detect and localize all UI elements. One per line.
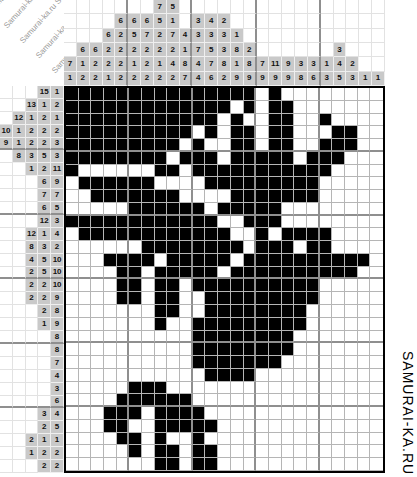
grid-cell-r25c12[interactable] xyxy=(205,394,218,407)
grid-cell-r21c9[interactable] xyxy=(167,343,180,356)
grid-cell-r1c17[interactable] xyxy=(269,88,282,101)
grid-cell-r20c4[interactable] xyxy=(104,331,117,344)
grid-cell-r19c21[interactable] xyxy=(320,318,333,331)
grid-cell-r1c22[interactable] xyxy=(332,88,345,101)
grid-cell-r3c19[interactable] xyxy=(294,114,307,127)
grid-cell-r17c14[interactable] xyxy=(231,292,244,305)
grid-cell-r19c8[interactable] xyxy=(155,318,168,331)
grid-cell-r6c13[interactable] xyxy=(218,152,231,165)
grid-cell-r8c7[interactable] xyxy=(142,177,155,190)
grid-cell-r16c4[interactable] xyxy=(104,279,117,292)
grid-cell-r8c8[interactable] xyxy=(155,177,168,190)
grid-cell-r17c9[interactable] xyxy=(167,292,180,305)
grid-cell-r22c23[interactable] xyxy=(345,356,358,369)
grid-cell-r7c25[interactable] xyxy=(370,165,383,178)
grid-cell-r7c22[interactable] xyxy=(332,165,345,178)
grid-cell-r21c23[interactable] xyxy=(345,343,358,356)
grid-cell-r2c17[interactable] xyxy=(269,101,282,114)
grid-cell-r15c20[interactable] xyxy=(307,267,320,280)
grid-cell-r26c5[interactable] xyxy=(117,407,130,420)
grid-cell-r1c5[interactable] xyxy=(117,88,130,101)
grid-cell-r30c12[interactable] xyxy=(205,458,218,471)
grid-cell-r30c19[interactable] xyxy=(294,458,307,471)
grid-cell-r2c9[interactable] xyxy=(167,101,180,114)
grid-cell-r4c7[interactable] xyxy=(142,126,155,139)
grid-cell-r14c10[interactable] xyxy=(180,254,193,267)
grid-cell-r28c22[interactable] xyxy=(332,433,345,446)
grid-cell-r27c22[interactable] xyxy=(332,420,345,433)
grid-cell-r13c10[interactable] xyxy=(180,241,193,254)
grid-cell-r20c24[interactable] xyxy=(358,331,371,344)
grid-cell-r17c5[interactable] xyxy=(117,292,130,305)
grid-cell-r11c16[interactable] xyxy=(256,216,269,229)
grid-cell-r8c16[interactable] xyxy=(256,177,269,190)
grid-cell-r11c14[interactable] xyxy=(231,216,244,229)
grid-cell-r3c20[interactable] xyxy=(307,114,320,127)
grid-cell-r6c24[interactable] xyxy=(358,152,371,165)
grid-cell-r4c6[interactable] xyxy=(129,126,142,139)
grid-cell-r26c9[interactable] xyxy=(167,407,180,420)
grid-cell-r16c5[interactable] xyxy=(117,279,130,292)
grid-cell-r12c20[interactable] xyxy=(307,228,320,241)
grid-cell-r2c3[interactable] xyxy=(91,101,104,114)
grid-cell-r8c22[interactable] xyxy=(332,177,345,190)
grid-cell-r23c17[interactable] xyxy=(269,369,282,382)
grid-cell-r25c6[interactable] xyxy=(129,394,142,407)
grid-cell-r26c14[interactable] xyxy=(231,407,244,420)
grid-cell-r27c4[interactable] xyxy=(104,420,117,433)
grid-cell-r28c16[interactable] xyxy=(256,433,269,446)
grid-cell-r7c5[interactable] xyxy=(117,165,130,178)
grid-cell-r12c14[interactable] xyxy=(231,228,244,241)
grid-cell-r8c11[interactable] xyxy=(193,177,206,190)
grid-cell-r10c22[interactable] xyxy=(332,203,345,216)
grid-cell-r25c9[interactable] xyxy=(167,394,180,407)
grid-cell-r2c23[interactable] xyxy=(345,101,358,114)
grid-cell-r3c4[interactable] xyxy=(104,114,117,127)
grid-cell-r10c17[interactable] xyxy=(269,203,282,216)
grid-cell-r3c5[interactable] xyxy=(117,114,130,127)
grid-cell-r9c18[interactable] xyxy=(282,190,295,203)
grid-cell-r28c24[interactable] xyxy=(358,433,371,446)
grid-cell-r20c18[interactable] xyxy=(282,331,295,344)
grid-cell-r29c3[interactable] xyxy=(91,445,104,458)
grid-cell-r19c18[interactable] xyxy=(282,318,295,331)
grid-cell-r18c10[interactable] xyxy=(180,305,193,318)
grid-cell-r7c12[interactable] xyxy=(205,165,218,178)
grid-cell-r19c14[interactable] xyxy=(231,318,244,331)
grid-cell-r23c2[interactable] xyxy=(79,369,92,382)
grid-cell-r8c5[interactable] xyxy=(117,177,130,190)
grid-cell-r14c18[interactable] xyxy=(282,254,295,267)
grid-cell-r10c20[interactable] xyxy=(307,203,320,216)
grid-cell-r23c18[interactable] xyxy=(282,369,295,382)
grid-cell-r24c11[interactable] xyxy=(193,382,206,395)
grid-cell-r2c14[interactable] xyxy=(231,101,244,114)
grid-cell-r13c25[interactable] xyxy=(370,241,383,254)
grid-cell-r4c25[interactable] xyxy=(370,126,383,139)
grid-cell-r5c14[interactable] xyxy=(231,139,244,152)
grid-cell-r29c20[interactable] xyxy=(307,445,320,458)
grid-cell-r9c16[interactable] xyxy=(256,190,269,203)
grid-cell-r24c7[interactable] xyxy=(142,382,155,395)
grid-cell-r1c8[interactable] xyxy=(155,88,168,101)
grid-cell-r21c19[interactable] xyxy=(294,343,307,356)
grid-cell-r23c24[interactable] xyxy=(358,369,371,382)
grid-cell-r23c22[interactable] xyxy=(332,369,345,382)
grid-cell-r6c8[interactable] xyxy=(155,152,168,165)
grid-cell-r24c25[interactable] xyxy=(370,382,383,395)
grid-cell-r12c6[interactable] xyxy=(129,228,142,241)
grid-cell-r20c13[interactable] xyxy=(218,331,231,344)
grid-cell-r28c12[interactable] xyxy=(205,433,218,446)
grid-cell-r30c15[interactable] xyxy=(244,458,257,471)
grid-cell-r5c8[interactable] xyxy=(155,139,168,152)
grid-cell-r28c13[interactable] xyxy=(218,433,231,446)
grid-cell-r15c10[interactable] xyxy=(180,267,193,280)
grid-cell-r17c1[interactable] xyxy=(66,292,79,305)
grid-cell-r3c12[interactable] xyxy=(205,114,218,127)
grid-cell-r15c15[interactable] xyxy=(244,267,257,280)
grid-cell-r17c15[interactable] xyxy=(244,292,257,305)
grid-cell-r25c3[interactable] xyxy=(91,394,104,407)
grid-cell-r5c6[interactable] xyxy=(129,139,142,152)
grid-cell-r29c15[interactable] xyxy=(244,445,257,458)
grid-cell-r8c24[interactable] xyxy=(358,177,371,190)
grid-cell-r22c18[interactable] xyxy=(282,356,295,369)
grid-cell-r15c13[interactable] xyxy=(218,267,231,280)
grid-cell-r24c12[interactable] xyxy=(205,382,218,395)
grid-cell-r10c18[interactable] xyxy=(282,203,295,216)
grid-cell-r9c13[interactable] xyxy=(218,190,231,203)
grid-cell-r15c8[interactable] xyxy=(155,267,168,280)
grid-cell-r13c1[interactable] xyxy=(66,241,79,254)
grid-cell-r24c6[interactable] xyxy=(129,382,142,395)
grid-cell-r20c14[interactable] xyxy=(231,331,244,344)
grid-cell-r11c20[interactable] xyxy=(307,216,320,229)
grid-cell-r1c19[interactable] xyxy=(294,88,307,101)
grid-cell-r21c10[interactable] xyxy=(180,343,193,356)
grid-cell-r23c13[interactable] xyxy=(218,369,231,382)
grid-cell-r23c11[interactable] xyxy=(193,369,206,382)
grid-cell-r15c23[interactable] xyxy=(345,267,358,280)
grid-cell-r14c20[interactable] xyxy=(307,254,320,267)
grid-cell-r11c25[interactable] xyxy=(370,216,383,229)
grid-cell-r8c13[interactable] xyxy=(218,177,231,190)
grid-cell-r4c13[interactable] xyxy=(218,126,231,139)
grid-cell-r18c18[interactable] xyxy=(282,305,295,318)
grid-cell-r11c6[interactable] xyxy=(129,216,142,229)
grid-cell-r15c17[interactable] xyxy=(269,267,282,280)
grid-cell-r16c15[interactable] xyxy=(244,279,257,292)
grid-cell-r14c11[interactable] xyxy=(193,254,206,267)
grid-cell-r2c4[interactable] xyxy=(104,101,117,114)
grid-cell-r10c8[interactable] xyxy=(155,203,168,216)
grid-cell-r15c24[interactable] xyxy=(358,267,371,280)
grid-cell-r10c1[interactable] xyxy=(66,203,79,216)
grid-cell-r1c4[interactable] xyxy=(104,88,117,101)
grid-cell-r2c5[interactable] xyxy=(117,101,130,114)
grid-cell-r10c9[interactable] xyxy=(167,203,180,216)
grid-cell-r3c18[interactable] xyxy=(282,114,295,127)
grid-cell-r19c19[interactable] xyxy=(294,318,307,331)
grid-cell-r27c15[interactable] xyxy=(244,420,257,433)
grid-cell-r21c15[interactable] xyxy=(244,343,257,356)
grid-cell-r30c10[interactable] xyxy=(180,458,193,471)
grid-cell-r18c4[interactable] xyxy=(104,305,117,318)
grid-cell-r9c15[interactable] xyxy=(244,190,257,203)
grid-cell-r2c24[interactable] xyxy=(358,101,371,114)
grid-cell-r15c4[interactable] xyxy=(104,267,117,280)
grid-cell-r20c7[interactable] xyxy=(142,331,155,344)
grid-cell-r6c4[interactable] xyxy=(104,152,117,165)
grid-cell-r6c20[interactable] xyxy=(307,152,320,165)
grid-cell-r25c1[interactable] xyxy=(66,394,79,407)
grid-cell-r12c4[interactable] xyxy=(104,228,117,241)
grid-cell-r1c18[interactable] xyxy=(282,88,295,101)
grid-cell-r8c20[interactable] xyxy=(307,177,320,190)
grid-cell-r28c3[interactable] xyxy=(91,433,104,446)
grid-cell-r22c16[interactable] xyxy=(256,356,269,369)
grid-cell-r25c11[interactable] xyxy=(193,394,206,407)
grid-cell-r14c21[interactable] xyxy=(320,254,333,267)
grid-cell-r13c15[interactable] xyxy=(244,241,257,254)
grid-cell-r16c18[interactable] xyxy=(282,279,295,292)
grid-cell-r24c2[interactable] xyxy=(79,382,92,395)
grid-cell-r21c21[interactable] xyxy=(320,343,333,356)
grid-cell-r23c12[interactable] xyxy=(205,369,218,382)
grid-cell-r5c19[interactable] xyxy=(294,139,307,152)
grid-cell-r9c1[interactable] xyxy=(66,190,79,203)
grid-cell-r20c1[interactable] xyxy=(66,331,79,344)
grid-cell-r10c13[interactable] xyxy=(218,203,231,216)
grid-cell-r1c25[interactable] xyxy=(370,88,383,101)
grid-cell-r29c8[interactable] xyxy=(155,445,168,458)
grid-cell-r3c1[interactable] xyxy=(66,114,79,127)
grid-cell-r8c21[interactable] xyxy=(320,177,333,190)
grid-cell-r27c14[interactable] xyxy=(231,420,244,433)
grid-cell-r30c25[interactable] xyxy=(370,458,383,471)
grid-cell-r24c16[interactable] xyxy=(256,382,269,395)
grid-cell-r1c13[interactable] xyxy=(218,88,231,101)
grid-cell-r13c4[interactable] xyxy=(104,241,117,254)
grid-cell-r19c25[interactable] xyxy=(370,318,383,331)
grid-cell-r5c24[interactable] xyxy=(358,139,371,152)
grid-cell-r5c2[interactable] xyxy=(79,139,92,152)
grid-cell-r25c18[interactable] xyxy=(282,394,295,407)
grid-cell-r15c7[interactable] xyxy=(142,267,155,280)
grid-cell-r25c16[interactable] xyxy=(256,394,269,407)
grid-cell-r9c19[interactable] xyxy=(294,190,307,203)
grid-cell-r3c13[interactable] xyxy=(218,114,231,127)
grid-cell-r20c22[interactable] xyxy=(332,331,345,344)
grid-cell-r4c14[interactable] xyxy=(231,126,244,139)
grid-cell-r19c3[interactable] xyxy=(91,318,104,331)
grid-cell-r6c17[interactable] xyxy=(269,152,282,165)
grid-cell-r15c3[interactable] xyxy=(91,267,104,280)
grid-cell-r5c25[interactable] xyxy=(370,139,383,152)
grid-cell-r20c6[interactable] xyxy=(129,331,142,344)
grid-cell-r19c11[interactable] xyxy=(193,318,206,331)
grid-cell-r24c10[interactable] xyxy=(180,382,193,395)
grid-cell-r26c15[interactable] xyxy=(244,407,257,420)
grid-cell-r27c23[interactable] xyxy=(345,420,358,433)
grid-cell-r18c16[interactable] xyxy=(256,305,269,318)
grid-cell-r26c8[interactable] xyxy=(155,407,168,420)
grid-cell-r11c15[interactable] xyxy=(244,216,257,229)
grid-cell-r14c24[interactable] xyxy=(358,254,371,267)
grid-cell-r29c10[interactable] xyxy=(180,445,193,458)
grid-cell-r22c11[interactable] xyxy=(193,356,206,369)
grid-cell-r5c11[interactable] xyxy=(193,139,206,152)
grid-cell-r21c20[interactable] xyxy=(307,343,320,356)
grid-cell-r1c6[interactable] xyxy=(129,88,142,101)
grid-cell-r6c6[interactable] xyxy=(129,152,142,165)
grid-cell-r22c9[interactable] xyxy=(167,356,180,369)
grid-cell-r7c6[interactable] xyxy=(129,165,142,178)
grid-cell-r1c16[interactable] xyxy=(256,88,269,101)
grid-cell-r10c12[interactable] xyxy=(205,203,218,216)
grid-cell-r3c2[interactable] xyxy=(79,114,92,127)
grid-cell-r14c6[interactable] xyxy=(129,254,142,267)
grid-cell-r17c24[interactable] xyxy=(358,292,371,305)
grid-cell-r26c4[interactable] xyxy=(104,407,117,420)
grid-cell-r20c12[interactable] xyxy=(205,331,218,344)
grid-cell-r7c24[interactable] xyxy=(358,165,371,178)
grid-cell-r3c11[interactable] xyxy=(193,114,206,127)
grid-cell-r20c8[interactable] xyxy=(155,331,168,344)
grid-cell-r14c22[interactable] xyxy=(332,254,345,267)
grid-cell-r5c16[interactable] xyxy=(256,139,269,152)
grid-cell-r27c18[interactable] xyxy=(282,420,295,433)
grid-cell-r13c18[interactable] xyxy=(282,241,295,254)
grid-cell-r21c25[interactable] xyxy=(370,343,383,356)
grid-cell-r11c19[interactable] xyxy=(294,216,307,229)
grid-cell-r10c5[interactable] xyxy=(117,203,130,216)
grid-cell-r6c18[interactable] xyxy=(282,152,295,165)
grid-cell-r15c22[interactable] xyxy=(332,267,345,280)
grid-cell-r27c8[interactable] xyxy=(155,420,168,433)
grid-cell-r19c1[interactable] xyxy=(66,318,79,331)
grid-cell-r10c4[interactable] xyxy=(104,203,117,216)
grid-cell-r17c11[interactable] xyxy=(193,292,206,305)
grid-cell-r9c10[interactable] xyxy=(180,190,193,203)
grid-cell-r22c20[interactable] xyxy=(307,356,320,369)
grid-cell-r12c24[interactable] xyxy=(358,228,371,241)
grid-cell-r29c25[interactable] xyxy=(370,445,383,458)
grid-cell-r25c15[interactable] xyxy=(244,394,257,407)
grid-cell-r28c10[interactable] xyxy=(180,433,193,446)
grid-cell-r1c21[interactable] xyxy=(320,88,333,101)
grid-cell-r10c25[interactable] xyxy=(370,203,383,216)
grid-cell-r16c1[interactable] xyxy=(66,279,79,292)
grid-cell-r21c14[interactable] xyxy=(231,343,244,356)
grid-cell-r8c2[interactable] xyxy=(79,177,92,190)
grid-cell-r7c14[interactable] xyxy=(231,165,244,178)
grid-cell-r10c23[interactable] xyxy=(345,203,358,216)
grid-cell-r20c3[interactable] xyxy=(91,331,104,344)
grid-cell-r22c14[interactable] xyxy=(231,356,244,369)
grid-cell-r17c22[interactable] xyxy=(332,292,345,305)
grid-cell-r17c2[interactable] xyxy=(79,292,92,305)
grid-cell-r29c1[interactable] xyxy=(66,445,79,458)
grid-cell-r21c16[interactable] xyxy=(256,343,269,356)
grid-cell-r18c21[interactable] xyxy=(320,305,333,318)
grid-cell-r16c9[interactable] xyxy=(167,279,180,292)
grid-cell-r11c7[interactable] xyxy=(142,216,155,229)
grid-cell-r23c14[interactable] xyxy=(231,369,244,382)
grid-cell-r11c9[interactable] xyxy=(167,216,180,229)
grid-cell-r26c13[interactable] xyxy=(218,407,231,420)
grid-cell-r4c8[interactable] xyxy=(155,126,168,139)
grid-cell-r4c17[interactable] xyxy=(269,126,282,139)
grid-cell-r5c12[interactable] xyxy=(205,139,218,152)
grid-cell-r19c23[interactable] xyxy=(345,318,358,331)
grid-cell-r15c11[interactable] xyxy=(193,267,206,280)
grid-cell-r27c5[interactable] xyxy=(117,420,130,433)
grid-cell-r12c18[interactable] xyxy=(282,228,295,241)
grid-cell-r17c18[interactable] xyxy=(282,292,295,305)
grid-cell-r12c9[interactable] xyxy=(167,228,180,241)
grid-cell-r7c3[interactable] xyxy=(91,165,104,178)
grid-cell-r10c3[interactable] xyxy=(91,203,104,216)
grid-cell-r8c25[interactable] xyxy=(370,177,383,190)
grid-cell-r11c3[interactable] xyxy=(91,216,104,229)
grid-cell-r17c8[interactable] xyxy=(155,292,168,305)
grid-cell-r7c15[interactable] xyxy=(244,165,257,178)
grid-cell-r14c17[interactable] xyxy=(269,254,282,267)
grid-cell-r3c21[interactable] xyxy=(320,114,333,127)
grid-cell-r25c2[interactable] xyxy=(79,394,92,407)
grid-cell-r22c2[interactable] xyxy=(79,356,92,369)
grid-cell-r8c12[interactable] xyxy=(205,177,218,190)
grid-cell-r25c23[interactable] xyxy=(345,394,358,407)
grid-cell-r16c17[interactable] xyxy=(269,279,282,292)
grid-cell-r13c21[interactable] xyxy=(320,241,333,254)
grid-cell-r8c4[interactable] xyxy=(104,177,117,190)
grid-cell-r20c21[interactable] xyxy=(320,331,333,344)
grid-cell-r21c4[interactable] xyxy=(104,343,117,356)
grid-cell-r4c12[interactable] xyxy=(205,126,218,139)
grid-cell-r16c11[interactable] xyxy=(193,279,206,292)
grid-cell-r16c7[interactable] xyxy=(142,279,155,292)
grid-cell-r24c22[interactable] xyxy=(332,382,345,395)
grid-cell-r28c25[interactable] xyxy=(370,433,383,446)
grid-cell-r8c18[interactable] xyxy=(282,177,295,190)
grid-cell-r4c4[interactable] xyxy=(104,126,117,139)
grid-cell-r26c18[interactable] xyxy=(282,407,295,420)
grid-cell-r2c22[interactable] xyxy=(332,101,345,114)
grid-cell-r9c14[interactable] xyxy=(231,190,244,203)
grid-cell-r21c11[interactable] xyxy=(193,343,206,356)
grid-cell-r14c1[interactable] xyxy=(66,254,79,267)
grid-cell-r30c6[interactable] xyxy=(129,458,142,471)
grid-cell-r13c13[interactable] xyxy=(218,241,231,254)
grid-cell-r9c12[interactable] xyxy=(205,190,218,203)
grid-cell-r7c7[interactable] xyxy=(142,165,155,178)
grid-cell-r20c9[interactable] xyxy=(167,331,180,344)
grid-cell-r8c10[interactable] xyxy=(180,177,193,190)
grid-cell-r5c1[interactable] xyxy=(66,139,79,152)
grid-cell-r26c21[interactable] xyxy=(320,407,333,420)
grid-cell-r22c5[interactable] xyxy=(117,356,130,369)
grid-cell-r14c16[interactable] xyxy=(256,254,269,267)
grid-cell-r13c12[interactable] xyxy=(205,241,218,254)
grid-cell-r11c22[interactable] xyxy=(332,216,345,229)
grid-cell-r29c4[interactable] xyxy=(104,445,117,458)
grid-cell-r4c21[interactable] xyxy=(320,126,333,139)
grid-cell-r7c2[interactable] xyxy=(79,165,92,178)
